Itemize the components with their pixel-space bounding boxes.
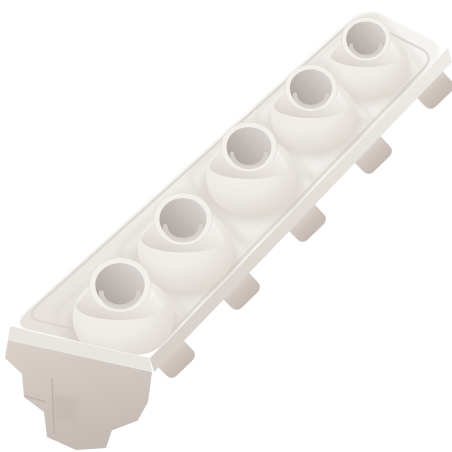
- product-photo-stage: [0, 0, 452, 452]
- ice-tray-photo: [0, 0, 452, 452]
